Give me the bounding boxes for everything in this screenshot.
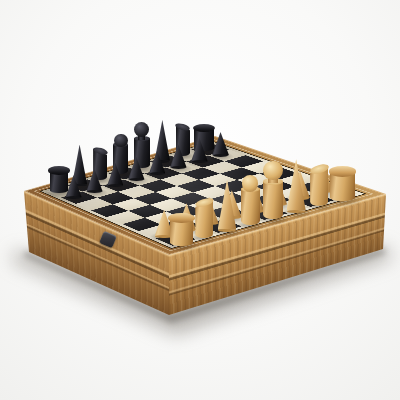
cone-body (107, 163, 123, 187)
cone-body (191, 138, 208, 162)
cone-base (171, 166, 186, 169)
black-pawn-h7[interactable] (212, 132, 229, 156)
cone-base (192, 160, 207, 163)
black-pawn-c7[interactable] (107, 163, 123, 187)
cone-body (287, 159, 306, 212)
black-pawn-d7[interactable] (128, 157, 145, 181)
cone-body (212, 132, 229, 156)
white-queen-d1[interactable] (241, 175, 260, 225)
black-pawn-f7[interactable] (170, 144, 187, 168)
white-knight-b1[interactable] (195, 197, 213, 238)
royal-ball (263, 161, 282, 180)
cone-body (86, 169, 102, 193)
cone-base (150, 172, 165, 175)
rook-lid (48, 166, 69, 175)
black-pawn-b7[interactable] (86, 169, 102, 193)
cone-body (66, 175, 82, 198)
cone-base (129, 178, 144, 181)
white-bishop-c1[interactable] (218, 180, 237, 232)
pieces-layer (0, 0, 400, 400)
cone-body (149, 150, 166, 174)
cone-body (170, 144, 187, 168)
white-knight-g1[interactable] (310, 164, 328, 206)
cone-base (108, 184, 123, 187)
cone-base (87, 190, 102, 193)
royal-ball (134, 122, 149, 137)
royal-ball (114, 134, 127, 147)
white-rook-a1[interactable] (169, 213, 193, 246)
cone-body (218, 180, 237, 232)
royal-ball (242, 175, 259, 192)
black-pawn-a7[interactable] (66, 175, 82, 198)
chess-set-photo (0, 0, 400, 400)
cone-base (213, 154, 229, 157)
black-pawn-e7[interactable] (149, 150, 166, 174)
cone-body (128, 157, 145, 181)
royal-body (241, 188, 260, 225)
rook-lid (329, 166, 357, 177)
royal-body (263, 182, 283, 220)
cone-base (66, 196, 81, 199)
white-king-e1[interactable] (263, 161, 283, 220)
white-bishop-f1[interactable] (287, 159, 306, 212)
black-pawn-g7[interactable] (191, 138, 208, 162)
white-rook-h1[interactable] (330, 166, 355, 201)
